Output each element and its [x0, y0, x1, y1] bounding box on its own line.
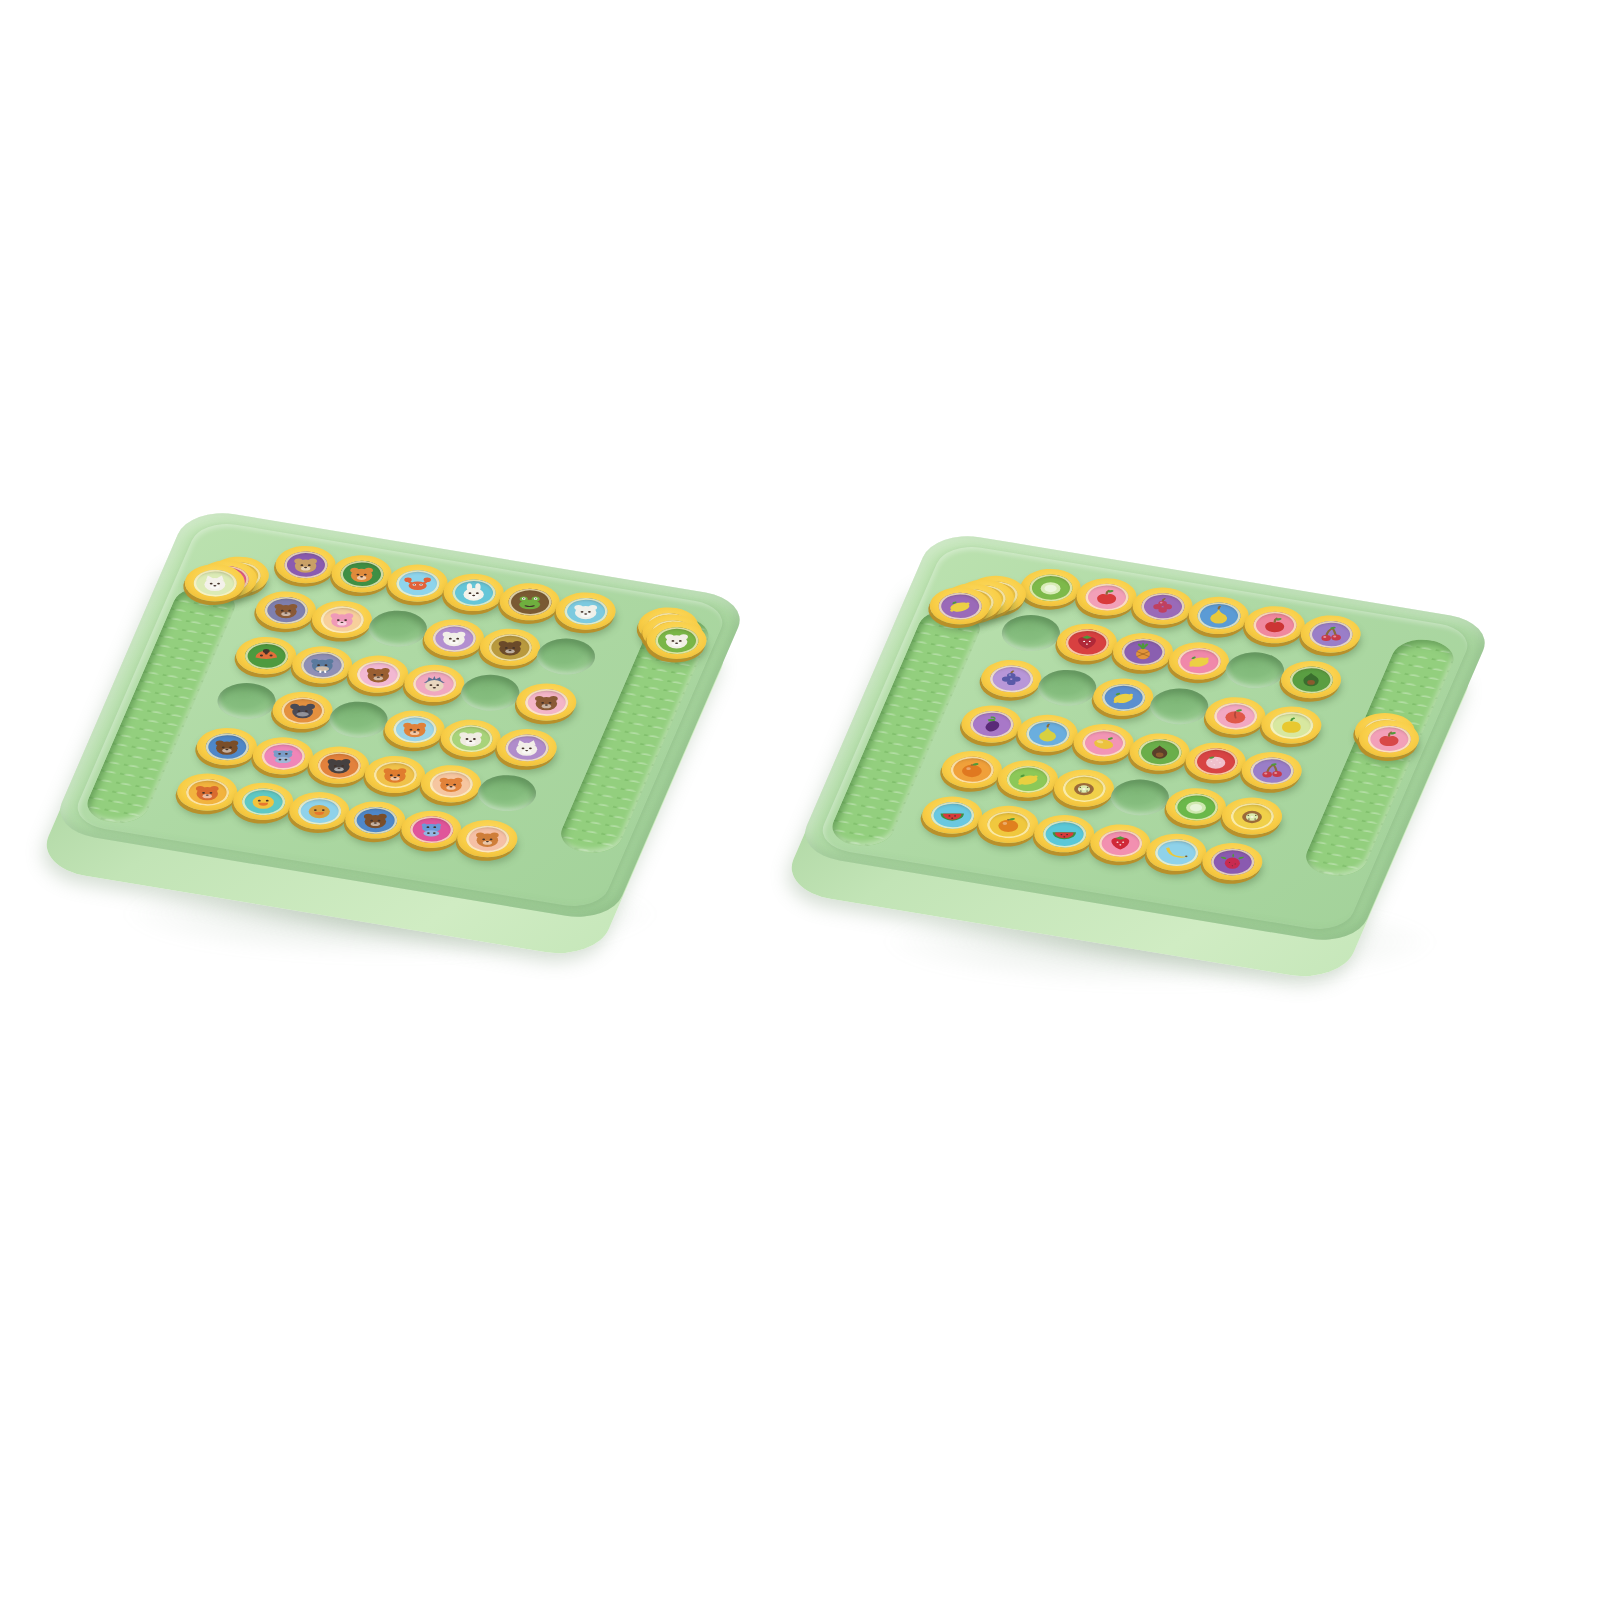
- token-face-pepper: [1265, 709, 1318, 742]
- watermelon-icon: [1047, 823, 1081, 844]
- cat-icon: [198, 572, 232, 593]
- strawberry-icon: [1070, 632, 1104, 653]
- product-photo-scene: [0, 0, 1600, 1600]
- token-face-duck: [293, 794, 346, 827]
- token-face-lemon: [934, 590, 987, 623]
- token-face-dog: [260, 594, 313, 627]
- token-face-strawberry: [1061, 626, 1114, 659]
- token-face-cherry: [1304, 618, 1357, 651]
- pomegranate-icon: [1372, 728, 1406, 749]
- token-face-hedgehog: [408, 667, 461, 700]
- bear-icon: [210, 736, 244, 757]
- token-face-kiwi: [1058, 772, 1111, 805]
- green-grape-icon: [1179, 796, 1213, 817]
- deer-icon: [470, 828, 504, 849]
- token-face-bear: [201, 730, 254, 763]
- hedgehog-icon: [417, 673, 451, 694]
- squirrel-icon: [345, 563, 379, 584]
- ladybug-icon: [249, 645, 283, 666]
- token-face-kiwi: [1226, 800, 1279, 833]
- token-face-deer: [352, 658, 405, 691]
- token-face-walrus: [296, 649, 349, 682]
- token-face-lemon: [1002, 763, 1055, 796]
- lemon-icon: [1106, 687, 1140, 708]
- token-face-hippo: [257, 740, 310, 773]
- token-face-berries: [1136, 590, 1189, 623]
- token-face-banana: [1150, 836, 1203, 869]
- token-face-ladybug: [240, 639, 293, 672]
- token-face-peach: [1209, 699, 1262, 732]
- pig-icon: [325, 609, 359, 630]
- token-face-pig: [316, 603, 369, 636]
- token-face-sheep: [428, 622, 481, 655]
- token-face-pineapple: [1117, 635, 1170, 668]
- moose-icon: [529, 692, 563, 713]
- mango-icon: [1087, 732, 1121, 753]
- lemon-icon: [1182, 650, 1216, 671]
- token-face-lemon: [1173, 645, 1226, 678]
- token-face-cow: [650, 624, 703, 657]
- sheep-icon: [437, 627, 471, 648]
- token-face-apple: [1248, 608, 1301, 641]
- token-face-crab: [391, 567, 444, 600]
- token-face-moose: [520, 686, 573, 719]
- koala-icon: [322, 755, 356, 776]
- kiwi-icon: [1067, 778, 1101, 799]
- orange-icon: [991, 814, 1025, 835]
- token-face-deer: [461, 822, 514, 855]
- walrus-icon: [305, 654, 339, 675]
- eggplant-icon: [975, 714, 1009, 735]
- tiger-icon: [190, 782, 224, 803]
- animal-board-group: [110, 548, 690, 883]
- token-face-lemon: [1097, 681, 1150, 714]
- token-face-green-grape: [1170, 790, 1223, 823]
- berries-icon: [1146, 596, 1180, 617]
- token-face-cat: [500, 731, 553, 764]
- token-face-strawberry: [1094, 827, 1147, 860]
- token-face-tiger: [181, 776, 234, 809]
- fox-icon: [434, 773, 468, 794]
- banana-icon: [1159, 842, 1193, 863]
- lemon-icon: [943, 595, 977, 616]
- pineapple-icon: [1126, 641, 1160, 662]
- cow-icon: [454, 728, 488, 749]
- token-face-goat: [559, 595, 612, 628]
- token-face-monkey: [279, 548, 332, 581]
- token-face-cherry: [1245, 754, 1298, 787]
- frog-icon: [513, 591, 547, 612]
- token-face-pear: [1021, 717, 1074, 750]
- dragonfruit-icon: [1215, 851, 1249, 872]
- token-face-squirrel: [335, 558, 388, 591]
- token-face-rabbit: [447, 576, 500, 609]
- pear-icon: [1031, 723, 1065, 744]
- rabbit-icon: [457, 582, 491, 603]
- goat-icon: [569, 601, 603, 622]
- cat-icon: [510, 737, 544, 758]
- token-face-bat: [276, 694, 329, 727]
- token-face-lime: [1024, 571, 1077, 604]
- token-face-pomegranate: [1363, 722, 1416, 755]
- hippo-icon: [266, 745, 300, 766]
- fruit-board-group: [855, 571, 1435, 906]
- token-face-lychee: [1189, 745, 1242, 778]
- token-face-eggplant: [965, 708, 1018, 741]
- strawberry-icon: [1103, 832, 1137, 853]
- token-face-orange: [946, 753, 999, 786]
- puppy-icon: [493, 637, 527, 658]
- token-face-grapes: [985, 662, 1038, 695]
- crab-icon: [401, 573, 435, 594]
- lemon-icon: [1011, 768, 1045, 789]
- kiwi-icon: [1235, 806, 1269, 827]
- token-face-frog: [503, 585, 556, 618]
- chick-icon: [246, 791, 280, 812]
- orange-icon: [955, 759, 989, 780]
- token-face-dragonfruit: [1206, 845, 1259, 878]
- token-face-orange: [982, 808, 1035, 841]
- token-face-lion: [388, 713, 441, 746]
- cherry-icon: [1255, 760, 1289, 781]
- token-face-chick: [237, 785, 290, 818]
- token-face-watermelon: [926, 799, 979, 832]
- apple-icon: [1090, 586, 1124, 607]
- duck-icon: [302, 800, 336, 821]
- token-face-pear: [1192, 599, 1245, 632]
- token-face-koala: [313, 749, 366, 782]
- hippo-icon: [414, 819, 448, 840]
- pepper-icon: [1274, 715, 1308, 736]
- token-face-watermelon: [1038, 817, 1091, 850]
- bat-icon: [286, 700, 320, 721]
- cow-icon: [660, 630, 694, 651]
- tiger-icon: [378, 764, 412, 785]
- deer-icon: [361, 664, 395, 685]
- token-face-cow: [444, 722, 497, 755]
- avocado-icon: [1143, 741, 1177, 762]
- token-face-avocado: [1133, 736, 1186, 769]
- token-face-hippo: [405, 813, 458, 846]
- token-face-apple: [1080, 581, 1133, 614]
- token-face-bear: [349, 804, 402, 837]
- token-face-tiger: [369, 758, 422, 791]
- grapes-icon: [994, 668, 1028, 689]
- token-face-mango: [1077, 726, 1130, 759]
- token-face-avocado: [1285, 663, 1338, 696]
- lion-icon: [398, 718, 432, 739]
- avocado-icon: [1294, 669, 1328, 690]
- token-face-puppy: [484, 631, 537, 664]
- dog-icon: [269, 599, 303, 620]
- cherry-icon: [1314, 624, 1348, 645]
- watermelon-icon: [935, 805, 969, 826]
- monkey-icon: [289, 554, 323, 575]
- peach-icon: [1218, 705, 1252, 726]
- token-face-cat: [189, 567, 242, 600]
- token-face-fox: [425, 767, 478, 800]
- lychee-icon: [1199, 751, 1233, 772]
- pear-icon: [1202, 605, 1236, 626]
- bear-icon: [358, 809, 392, 830]
- lime-icon: [1034, 577, 1068, 598]
- apple-icon: [1258, 614, 1292, 635]
